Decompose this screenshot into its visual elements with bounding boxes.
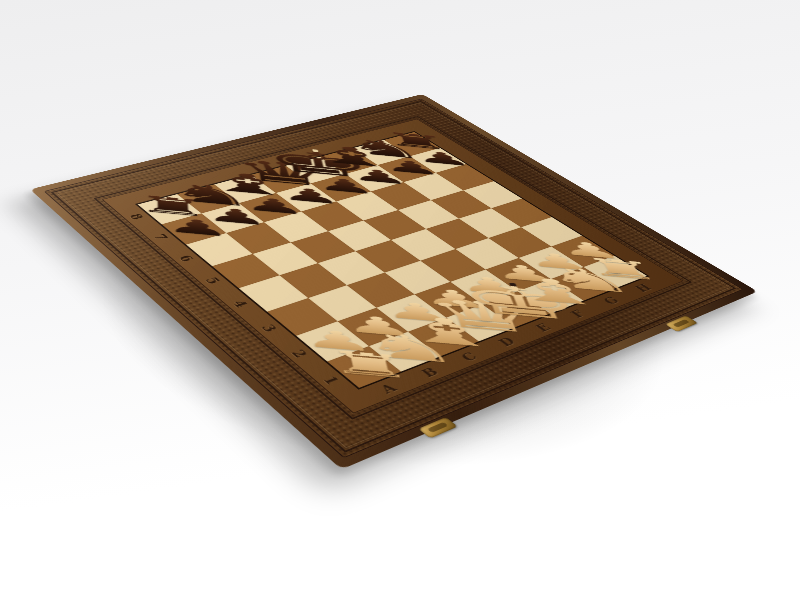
perspective-stage: ABCDEFGH12345678 ♜♞♝♛♚♝♞♜♟♟♟♟♟♟♟♟♟♟♟♟♟♟♟… (0, 0, 800, 600)
chess-board: ABCDEFGH12345678 ♜♞♝♛♚♝♞♜♟♟♟♟♟♟♟♟♟♟♟♟♟♟♟… (30, 94, 758, 469)
photo-backdrop: ABCDEFGH12345678 ♜♞♝♛♚♝♞♜♟♟♟♟♟♟♟♟♟♟♟♟♟♟♟… (0, 0, 800, 600)
